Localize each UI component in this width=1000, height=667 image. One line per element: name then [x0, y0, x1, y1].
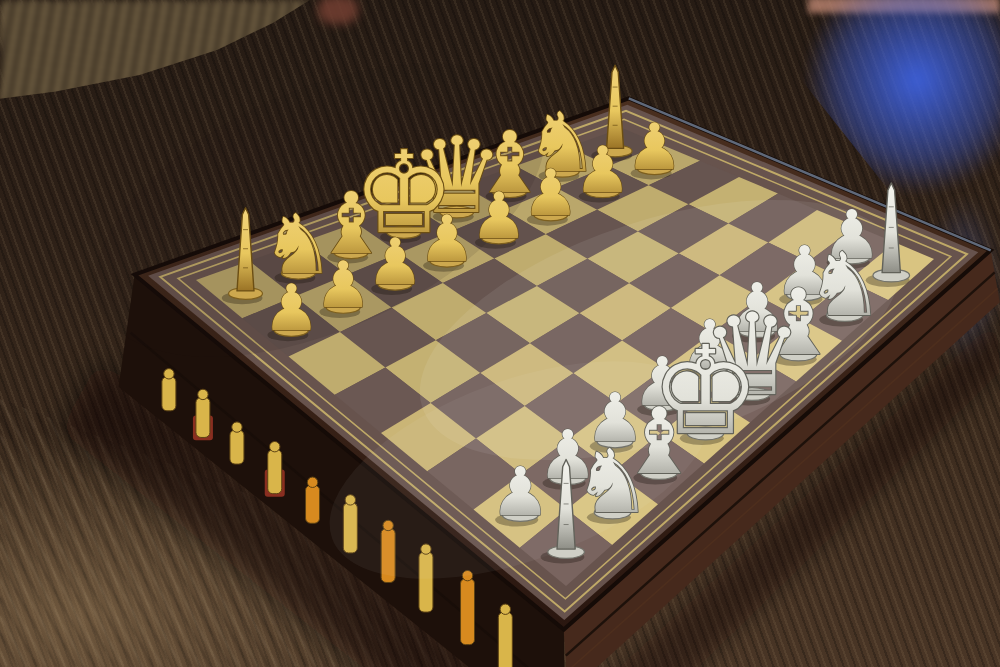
piece-glyph: ♟ — [470, 179, 527, 253]
piece-glyph: ♟ — [490, 453, 550, 531]
piece-black-pawn-h7[interactable]: ♟ — [490, 453, 550, 531]
piece-white-pawn-d2[interactable]: ♟ — [470, 179, 527, 253]
photo-scene: ♟♞♝♟♛♟♚♟♝♟♟♞♟♟♟♞♟♟♝♟♛♟♚♟♝♟♞♟ — [0, 0, 1000, 667]
relief-statuette-head — [270, 441, 280, 451]
relief-statuette-head — [164, 369, 174, 379]
piece-glyph: ♟ — [574, 133, 631, 207]
piece-black-knight-g8[interactable]: ♞ — [573, 430, 652, 533]
piece-glyph: ♞ — [573, 430, 652, 533]
piece-glyph: ♟ — [522, 156, 579, 230]
piece-white-pawn-c2[interactable]: ♟ — [522, 156, 579, 230]
relief-statuette — [268, 450, 282, 494]
relief-statuette-head — [307, 477, 317, 487]
relief-statuette — [306, 485, 320, 523]
relief-statuette — [162, 377, 176, 411]
piece-white-pawn-g2[interactable]: ♟ — [315, 248, 372, 322]
piece-glyph: ♟ — [418, 202, 475, 276]
piece-glyph: ♟ — [315, 248, 372, 322]
relief-statuette-head — [500, 604, 510, 614]
relief-statuette — [461, 579, 475, 645]
piece-white-pawn-e2[interactable]: ♟ — [418, 202, 475, 276]
piece-white-pawn-b2[interactable]: ♟ — [574, 133, 631, 207]
piece-white-pawn-f2[interactable]: ♟ — [366, 225, 423, 299]
relief-statuette-head — [232, 422, 242, 432]
piece-white-pawn-h2[interactable]: ♟ — [263, 271, 320, 345]
piece-white-pawn-a2[interactable]: ♟ — [626, 110, 683, 184]
piece-glyph: ♟ — [366, 225, 423, 299]
relief-statuette — [498, 612, 512, 667]
chess-box-svg: ♟♞♝♟♛♟♚♟♝♟♟♞♟♟♟♞♟♟♝♟♛♟♚♟♝♟♞♟ — [0, 0, 1000, 667]
relief-statuette-head — [198, 389, 208, 399]
relief-statuette — [196, 397, 210, 437]
piece-glyph: ♟ — [626, 110, 683, 184]
relief-statuette — [230, 430, 244, 464]
piece-glyph: ♟ — [263, 271, 320, 345]
